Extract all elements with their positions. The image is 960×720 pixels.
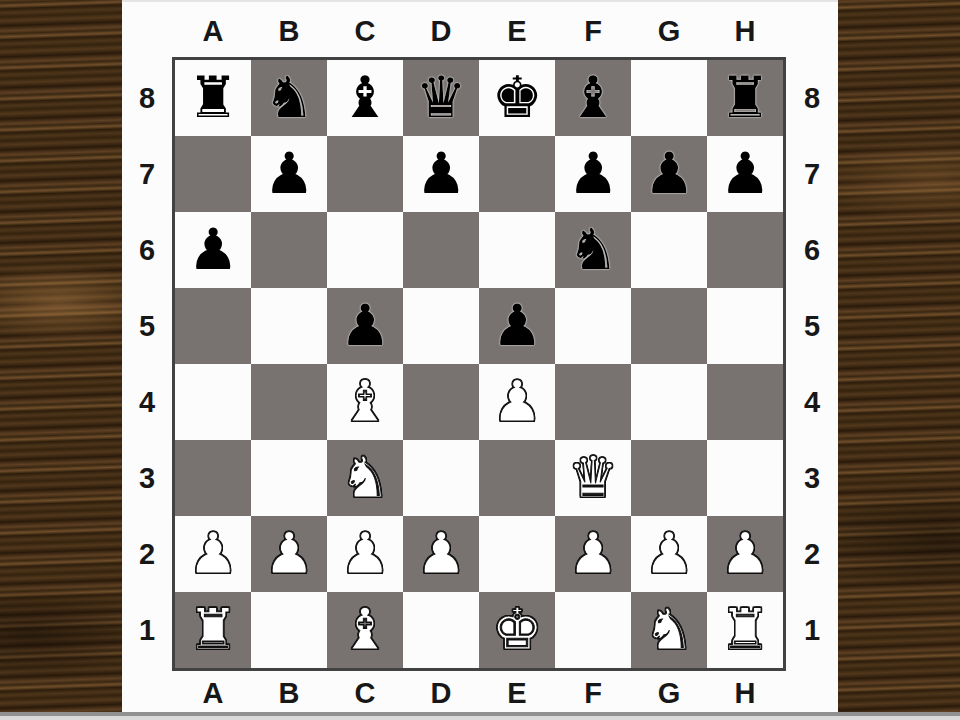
square-g6[interactable] (631, 212, 707, 288)
rank-label-5: 5 (122, 288, 172, 364)
square-h2[interactable]: ♟ (707, 516, 783, 592)
file-label-c: C (327, 674, 403, 712)
square-c5[interactable]: ♟ (327, 288, 403, 364)
square-e4[interactable]: ♟ (479, 364, 555, 440)
white-rook[interactable]: ♜ (719, 601, 770, 658)
rank-label-6: 6 (122, 212, 172, 288)
square-b6[interactable] (251, 212, 327, 288)
square-g4[interactable] (631, 364, 707, 440)
square-f6[interactable]: ♞ (555, 212, 631, 288)
white-queen[interactable]: ♛ (567, 449, 618, 506)
square-c6[interactable] (327, 212, 403, 288)
square-h6[interactable] (707, 212, 783, 288)
rank-label-8: 8 (786, 60, 838, 136)
square-f8[interactable]: ♝ (555, 60, 631, 136)
chess-board: ♜♞♝♛♚♝♜♟♟♟♟♟♟♞♟♟♝♟♞♛♟♟♟♟♟♟♟♜♝♚♞♜ (172, 57, 786, 671)
square-d8[interactable]: ♛ (403, 60, 479, 136)
white-pawn[interactable]: ♟ (339, 525, 390, 582)
file-label-g: G (631, 674, 707, 712)
square-f5[interactable] (555, 288, 631, 364)
square-h8[interactable]: ♜ (707, 60, 783, 136)
rank-labels-right: 87654321 (786, 60, 838, 668)
chessboard-panel: ABCDEFGH 87654321 ♜♞♝♛♚♝♜♟♟♟♟♟♟♞♟♟♝♟♞♛♟♟… (122, 0, 838, 720)
rank-label-1: 1 (786, 592, 838, 668)
black-bishop[interactable]: ♝ (567, 69, 618, 126)
file-label-h: H (707, 12, 783, 50)
file-label-e: E (479, 674, 555, 712)
rank-label-2: 2 (786, 516, 838, 592)
white-pawn[interactable]: ♟ (415, 525, 466, 582)
white-king[interactable]: ♚ (491, 601, 542, 658)
file-label-f: F (555, 12, 631, 50)
square-g5[interactable] (631, 288, 707, 364)
rank-labels-left: 87654321 (122, 60, 172, 668)
square-a8[interactable]: ♜ (175, 60, 251, 136)
square-a5[interactable] (175, 288, 251, 364)
black-pawn[interactable]: ♟ (263, 145, 314, 202)
file-label-f: F (555, 674, 631, 712)
black-pawn[interactable]: ♟ (491, 297, 542, 354)
square-c4[interactable]: ♝ (327, 364, 403, 440)
square-d3[interactable] (403, 440, 479, 516)
square-g1[interactable]: ♞ (631, 592, 707, 668)
white-pawn[interactable]: ♟ (719, 525, 770, 582)
file-labels-top: ABCDEFGH (175, 12, 783, 50)
rank-label-7: 7 (786, 136, 838, 212)
white-knight[interactable]: ♞ (339, 449, 390, 506)
square-b3[interactable] (251, 440, 327, 516)
black-pawn[interactable]: ♟ (415, 145, 466, 202)
square-d1[interactable] (403, 592, 479, 668)
square-a4[interactable] (175, 364, 251, 440)
square-a6[interactable]: ♟ (175, 212, 251, 288)
file-label-b: B (251, 674, 327, 712)
square-g3[interactable] (631, 440, 707, 516)
square-b8[interactable]: ♞ (251, 60, 327, 136)
screen-bottom-edge (0, 712, 960, 720)
black-rook[interactable]: ♜ (719, 69, 770, 126)
square-e5[interactable]: ♟ (479, 288, 555, 364)
rank-label-1: 1 (122, 592, 172, 668)
white-bishop[interactable]: ♝ (339, 373, 390, 430)
file-label-e: E (479, 12, 555, 50)
rank-label-2: 2 (122, 516, 172, 592)
square-d5[interactable] (403, 288, 479, 364)
square-e7[interactable] (479, 136, 555, 212)
white-pawn[interactable]: ♟ (263, 525, 314, 582)
square-e2[interactable] (479, 516, 555, 592)
rank-label-4: 4 (122, 364, 172, 440)
file-label-a: A (175, 674, 251, 712)
square-f4[interactable] (555, 364, 631, 440)
white-bishop[interactable]: ♝ (339, 601, 390, 658)
square-c2[interactable]: ♟ (327, 516, 403, 592)
square-b7[interactable]: ♟ (251, 136, 327, 212)
rank-label-5: 5 (786, 288, 838, 364)
square-b5[interactable] (251, 288, 327, 364)
rank-label-7: 7 (122, 136, 172, 212)
black-bishop[interactable]: ♝ (339, 69, 390, 126)
rank-label-3: 3 (122, 440, 172, 516)
rank-label-6: 6 (786, 212, 838, 288)
square-d4[interactable] (403, 364, 479, 440)
square-d6[interactable] (403, 212, 479, 288)
black-pawn[interactable]: ♟ (339, 297, 390, 354)
file-label-a: A (175, 12, 251, 50)
file-label-h: H (707, 674, 783, 712)
white-pawn[interactable]: ♟ (643, 525, 694, 582)
black-king[interactable]: ♚ (491, 69, 542, 126)
black-rook[interactable]: ♜ (187, 69, 238, 126)
black-pawn[interactable]: ♟ (187, 221, 238, 278)
square-h7[interactable]: ♟ (707, 136, 783, 212)
square-h5[interactable] (707, 288, 783, 364)
file-label-d: D (403, 674, 479, 712)
square-g8[interactable] (631, 60, 707, 136)
square-b1[interactable] (251, 592, 327, 668)
black-pawn[interactable]: ♟ (719, 145, 770, 202)
square-e3[interactable] (479, 440, 555, 516)
square-f2[interactable]: ♟ (555, 516, 631, 592)
black-knight[interactable]: ♞ (567, 221, 618, 278)
square-e8[interactable]: ♚ (479, 60, 555, 136)
rank-label-8: 8 (122, 60, 172, 136)
square-h4[interactable] (707, 364, 783, 440)
rank-label-4: 4 (786, 364, 838, 440)
white-pawn[interactable]: ♟ (187, 525, 238, 582)
square-d2[interactable]: ♟ (403, 516, 479, 592)
square-c7[interactable] (327, 136, 403, 212)
square-c3[interactable]: ♞ (327, 440, 403, 516)
white-rook[interactable]: ♜ (187, 601, 238, 658)
file-labels-bottom: ABCDEFGH (175, 674, 783, 712)
square-c8[interactable]: ♝ (327, 60, 403, 136)
square-a3[interactable] (175, 440, 251, 516)
square-b4[interactable] (251, 364, 327, 440)
square-h3[interactable] (707, 440, 783, 516)
wood-desktop-background: ABCDEFGH 87654321 ♜♞♝♛♚♝♜♟♟♟♟♟♟♞♟♟♝♟♞♛♟♟… (0, 0, 960, 720)
file-label-g: G (631, 12, 707, 50)
square-e1[interactable]: ♚ (479, 592, 555, 668)
file-label-b: B (251, 12, 327, 50)
rank-label-3: 3 (786, 440, 838, 516)
white-knight[interactable]: ♞ (643, 601, 694, 658)
square-e6[interactable] (479, 212, 555, 288)
white-pawn[interactable]: ♟ (491, 373, 542, 430)
square-f1[interactable] (555, 592, 631, 668)
square-a7[interactable] (175, 136, 251, 212)
black-knight[interactable]: ♞ (263, 69, 314, 126)
square-h1[interactable]: ♜ (707, 592, 783, 668)
square-g2[interactable]: ♟ (631, 516, 707, 592)
square-f7[interactable]: ♟ (555, 136, 631, 212)
square-a1[interactable]: ♜ (175, 592, 251, 668)
square-b2[interactable]: ♟ (251, 516, 327, 592)
file-label-d: D (403, 12, 479, 50)
file-label-c: C (327, 12, 403, 50)
square-g7[interactable]: ♟ (631, 136, 707, 212)
square-f3[interactable]: ♛ (555, 440, 631, 516)
white-pawn[interactable]: ♟ (567, 525, 618, 582)
black-pawn[interactable]: ♟ (567, 145, 618, 202)
square-a2[interactable]: ♟ (175, 516, 251, 592)
black-queen[interactable]: ♛ (415, 69, 466, 126)
black-pawn[interactable]: ♟ (643, 145, 694, 202)
square-c1[interactable]: ♝ (327, 592, 403, 668)
square-d7[interactable]: ♟ (403, 136, 479, 212)
